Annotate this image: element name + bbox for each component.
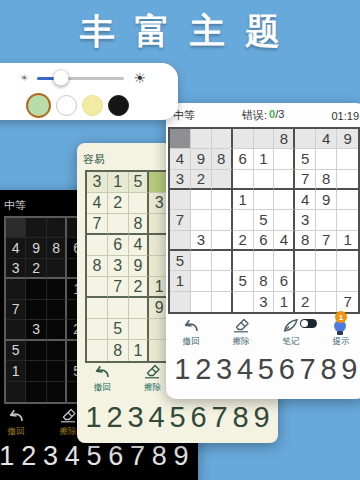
numpad-7[interactable]: 7 bbox=[130, 441, 145, 472]
green-theme-swatch[interactable] bbox=[26, 93, 51, 118]
sudoku-cell[interactable]: 5 bbox=[6, 341, 26, 361]
sudoku-cell[interactable]: 2 bbox=[108, 193, 129, 214]
sudoku-cell[interactable] bbox=[337, 210, 358, 230]
sudoku-cell[interactable] bbox=[212, 190, 233, 210]
sudoku-cell[interactable] bbox=[6, 279, 26, 299]
sudoku-cell[interactable] bbox=[254, 190, 275, 210]
sudoku-cell[interactable]: 3 bbox=[26, 320, 46, 340]
sudoku-cell[interactable] bbox=[212, 231, 233, 251]
notes-toggle[interactable] bbox=[300, 319, 317, 328]
brightness-high-icon: ☀ bbox=[133, 71, 146, 85]
sudoku-cell[interactable]: 1 bbox=[233, 190, 254, 210]
sudoku-cell[interactable] bbox=[26, 218, 46, 238]
eraser-icon bbox=[231, 317, 251, 334]
sudoku-grid: 84949861532781497533264871515863127 bbox=[168, 127, 360, 314]
numpad-5[interactable]: 5 bbox=[86, 441, 101, 472]
sudoku-cell[interactable] bbox=[47, 218, 67, 238]
slider-thumb[interactable] bbox=[53, 71, 68, 86]
hint-button[interactable]: 1 提示 bbox=[331, 317, 351, 348]
hint-count-badge: 1 bbox=[335, 311, 347, 323]
sudoku-cell[interactable]: 3 bbox=[254, 292, 275, 312]
sudoku-cell[interactable]: 3 bbox=[170, 170, 191, 190]
numpad-4[interactable]: 4 bbox=[65, 441, 80, 472]
sudoku-cell[interactable]: 2 bbox=[191, 170, 212, 190]
sudoku-cell[interactable] bbox=[170, 129, 191, 149]
sudoku-cell[interactable]: 8 bbox=[316, 170, 337, 190]
sudoku-cell[interactable]: 5 bbox=[170, 251, 191, 271]
sudoku-cell[interactable] bbox=[87, 298, 108, 319]
sudoku-cell[interactable] bbox=[212, 271, 233, 291]
number-pad: 123456789 bbox=[0, 441, 192, 472]
undo-button[interactable]: 撤回 bbox=[181, 317, 201, 348]
sudoku-cell[interactable] bbox=[87, 319, 108, 340]
sudoku-cell[interactable] bbox=[26, 382, 46, 402]
sudoku-cell[interactable] bbox=[274, 210, 295, 230]
sudoku-cell[interactable] bbox=[274, 149, 295, 169]
sudoku-cell[interactable]: 8 bbox=[212, 149, 233, 169]
undo-icon bbox=[92, 363, 112, 380]
sudoku-cell[interactable] bbox=[274, 251, 295, 271]
sudoku-cell[interactable] bbox=[295, 271, 316, 291]
sudoku-cell[interactable]: 7 bbox=[87, 214, 108, 235]
sudoku-cell[interactable]: 8 bbox=[254, 271, 275, 291]
sudoku-cell[interactable] bbox=[6, 382, 26, 402]
erase-button[interactable]: 擦除 bbox=[58, 407, 78, 438]
sudoku-cell[interactable]: 1 bbox=[274, 292, 295, 312]
quill-pen-icon bbox=[281, 317, 301, 334]
sudoku-cell[interactable]: 5 bbox=[295, 149, 316, 169]
sudoku-cell[interactable]: 2 bbox=[233, 231, 254, 251]
difficulty-label: 中等 bbox=[4, 198, 26, 213]
sudoku-cell[interactable] bbox=[47, 320, 67, 340]
sudoku-cell[interactable] bbox=[108, 298, 129, 319]
numpad-7[interactable]: 7 bbox=[211, 401, 227, 434]
sudoku-cell[interactable] bbox=[87, 340, 108, 361]
sudoku-cell[interactable] bbox=[212, 251, 233, 271]
sudoku-cell[interactable]: 3 bbox=[6, 259, 26, 279]
numpad-5[interactable]: 5 bbox=[258, 353, 274, 386]
sudoku-cell[interactable]: 6 bbox=[274, 271, 295, 291]
sudoku-cell[interactable]: 4 bbox=[295, 190, 316, 210]
sudoku-cell[interactable]: 2 bbox=[26, 259, 46, 279]
sudoku-cell[interactable] bbox=[233, 251, 254, 271]
sudoku-cell[interactable]: 6 bbox=[254, 231, 275, 251]
timer: 01:19 bbox=[331, 110, 359, 122]
numpad-9[interactable]: 9 bbox=[173, 441, 188, 472]
sudoku-cell[interactable]: 9 bbox=[129, 256, 150, 277]
sudoku-cell[interactable] bbox=[26, 341, 46, 361]
numpad-6[interactable]: 6 bbox=[279, 353, 295, 386]
sudoku-cell[interactable] bbox=[6, 320, 26, 340]
sudoku-cell[interactable] bbox=[337, 271, 358, 291]
numpad-5[interactable]: 5 bbox=[169, 401, 185, 434]
numpad-1[interactable]: 1 bbox=[0, 441, 14, 472]
numpad-7[interactable]: 7 bbox=[300, 353, 316, 386]
sudoku-cell[interactable]: 5 bbox=[108, 319, 129, 340]
sudoku-cell[interactable] bbox=[233, 170, 254, 190]
sudoku-cell[interactable]: 3 bbox=[87, 172, 108, 193]
sudoku-cell[interactable]: 4 bbox=[170, 149, 191, 169]
sudoku-cell[interactable]: 8 bbox=[87, 256, 108, 277]
black-theme-swatch[interactable] bbox=[108, 95, 129, 116]
sudoku-cell[interactable]: 1 bbox=[170, 271, 191, 291]
sudoku-cell[interactable] bbox=[26, 300, 46, 320]
sudoku-cell[interactable] bbox=[170, 231, 191, 251]
numpad-2[interactable]: 2 bbox=[21, 441, 36, 472]
numpad-4[interactable]: 4 bbox=[237, 353, 253, 386]
sudoku-cell[interactable] bbox=[87, 277, 108, 298]
numpad-8[interactable]: 8 bbox=[320, 353, 336, 386]
sudoku-cell[interactable]: 9 bbox=[191, 149, 212, 169]
sudoku-cell[interactable]: 5 bbox=[129, 172, 150, 193]
eraser-icon bbox=[142, 363, 162, 380]
sudoku-cell[interactable] bbox=[47, 259, 67, 279]
sudoku-cell[interactable] bbox=[6, 218, 26, 238]
sudoku-cell[interactable] bbox=[26, 361, 46, 381]
sudoku-cell[interactable] bbox=[295, 129, 316, 149]
notes-button[interactable]: 笔记 bbox=[281, 317, 301, 348]
sudoku-cell[interactable] bbox=[233, 292, 254, 312]
sudoku-cell[interactable]: 9 bbox=[316, 190, 337, 210]
sudoku-cell[interactable]: 7 bbox=[295, 170, 316, 190]
undo-button[interactable]: 撤回 bbox=[92, 363, 112, 394]
number-pad: 123456789 bbox=[83, 401, 272, 434]
sudoku-cell[interactable] bbox=[212, 129, 233, 149]
sudoku-cell[interactable] bbox=[316, 292, 337, 312]
sudoku-cell[interactable] bbox=[26, 279, 46, 299]
sudoku-cell[interactable] bbox=[295, 251, 316, 271]
sudoku-cell[interactable]: 7 bbox=[316, 231, 337, 251]
theme-color-swatches bbox=[26, 92, 129, 118]
white-theme-swatch[interactable] bbox=[56, 95, 77, 116]
sudoku-cell[interactable]: 6 bbox=[108, 235, 129, 256]
brightness-low-icon: ☀ bbox=[20, 74, 28, 83]
sudoku-cell[interactable] bbox=[212, 210, 233, 230]
theme-settings-panel: ☀ ☀ bbox=[0, 63, 178, 120]
sudoku-cell[interactable]: 8 bbox=[47, 238, 67, 258]
numpad-9[interactable]: 9 bbox=[253, 401, 269, 434]
sudoku-cell[interactable] bbox=[233, 129, 254, 149]
sudoku-cell[interactable] bbox=[191, 190, 212, 210]
sudoku-cell[interactable]: 7 bbox=[170, 210, 191, 230]
sudoku-cell[interactable]: 1 bbox=[129, 340, 150, 361]
sudoku-cell[interactable] bbox=[337, 170, 358, 190]
sudoku-cell[interactable]: 5 bbox=[254, 210, 275, 230]
sudoku-cell[interactable]: 4 bbox=[6, 238, 26, 258]
sudoku-cell[interactable]: 1 bbox=[337, 231, 358, 251]
sudoku-cell[interactable]: 9 bbox=[26, 238, 46, 258]
sudoku-cell[interactable] bbox=[47, 361, 67, 381]
erase-button[interactable]: 擦除 bbox=[142, 363, 162, 394]
sudoku-cell[interactable]: 4 bbox=[129, 235, 150, 256]
sudoku-cell[interactable]: 1 bbox=[108, 172, 129, 193]
brightness-slider-row: ☀ ☀ bbox=[20, 70, 146, 86]
sudoku-cell[interactable]: 5 bbox=[233, 271, 254, 291]
sudoku-cell[interactable] bbox=[337, 251, 358, 271]
undo-icon bbox=[6, 407, 26, 424]
sudoku-cell[interactable]: 8 bbox=[274, 129, 295, 149]
sudoku-cell[interactable]: 7 bbox=[108, 277, 129, 298]
undo-icon bbox=[181, 317, 201, 334]
sudoku-cell[interactable] bbox=[191, 292, 212, 312]
sudoku-cell[interactable] bbox=[254, 251, 275, 271]
sudoku-cell[interactable]: 2 bbox=[295, 292, 316, 312]
sudoku-cell[interactable]: 2 bbox=[129, 277, 150, 298]
numpad-2[interactable]: 2 bbox=[195, 353, 211, 386]
sudoku-cell[interactable]: 4 bbox=[87, 193, 108, 214]
sudoku-cell[interactable] bbox=[274, 190, 295, 210]
numpad-6[interactable]: 6 bbox=[108, 441, 123, 472]
sudoku-cell[interactable] bbox=[337, 190, 358, 210]
sudoku-cell[interactable] bbox=[254, 129, 275, 149]
sudoku-cell[interactable]: 1 bbox=[254, 149, 275, 169]
error-counter: 错误: 0 /3 bbox=[242, 108, 284, 123]
sudoku-cell[interactable] bbox=[47, 279, 67, 299]
sudoku-cell[interactable]: 7 bbox=[337, 292, 358, 312]
sudoku-cell[interactable] bbox=[129, 319, 150, 340]
sudoku-cell[interactable] bbox=[47, 382, 67, 402]
sudoku-cell[interactable]: 8 bbox=[108, 340, 129, 361]
numpad-9[interactable]: 9 bbox=[341, 353, 357, 386]
sudoku-cell[interactable] bbox=[233, 210, 254, 230]
sudoku-cell[interactable]: 6 bbox=[233, 149, 254, 169]
sudoku-cell[interactable] bbox=[108, 214, 129, 235]
sudoku-cell[interactable] bbox=[170, 292, 191, 312]
sudoku-cell[interactable]: 1 bbox=[6, 361, 26, 381]
sudoku-cell[interactable] bbox=[191, 210, 212, 230]
sudoku-cell[interactable] bbox=[191, 251, 212, 271]
sudoku-cell[interactable]: 8 bbox=[295, 231, 316, 251]
sudoku-cell[interactable]: 9 bbox=[337, 129, 358, 149]
sudoku-cell[interactable] bbox=[337, 149, 358, 169]
sudoku-cell[interactable]: 3 bbox=[191, 231, 212, 251]
sudoku-cell[interactable]: 4 bbox=[274, 231, 295, 251]
sudoku-cell[interactable] bbox=[316, 210, 337, 230]
sudoku-cell[interactable] bbox=[316, 251, 337, 271]
numpad-1[interactable]: 1 bbox=[85, 401, 101, 434]
brightness-slider[interactable] bbox=[37, 77, 124, 80]
numpad-6[interactable]: 6 bbox=[190, 401, 206, 434]
eraser-icon bbox=[58, 407, 78, 424]
sudoku-cell[interactable] bbox=[129, 193, 150, 214]
number-pad: 123456789 bbox=[172, 353, 360, 386]
numpad-4[interactable]: 4 bbox=[148, 401, 164, 434]
sudoku-cell[interactable]: 3 bbox=[108, 256, 129, 277]
sudoku-cell[interactable]: 4 bbox=[316, 129, 337, 149]
sudoku-cell[interactable] bbox=[47, 300, 67, 320]
numpad-3[interactable]: 3 bbox=[216, 353, 232, 386]
toolbar: 撤回 擦除 笔记 1 提示 bbox=[166, 317, 360, 348]
numpad-2[interactable]: 2 bbox=[106, 401, 122, 434]
sudoku-cell[interactable] bbox=[170, 190, 191, 210]
erase-button[interactable]: 擦除 bbox=[231, 317, 251, 348]
sudoku-screen-light: 中等 错误: 0 /3 01:19 8494986153278149753326… bbox=[166, 103, 360, 399]
sudoku-cell[interactable] bbox=[191, 271, 212, 291]
sudoku-cell[interactable]: 3 bbox=[295, 210, 316, 230]
sudoku-cell[interactable]: 7 bbox=[6, 300, 26, 320]
sudoku-cell[interactable] bbox=[47, 341, 67, 361]
yellow-theme-swatch[interactable] bbox=[82, 95, 103, 116]
sudoku-cell[interactable] bbox=[316, 271, 337, 291]
sudoku-cell[interactable]: 8 bbox=[129, 214, 150, 235]
undo-button[interactable]: 撤回 bbox=[6, 407, 26, 438]
numpad-8[interactable]: 8 bbox=[232, 401, 248, 434]
game-header: 中等 错误: 0 /3 01:19 bbox=[166, 108, 360, 123]
sudoku-cell[interactable] bbox=[316, 149, 337, 169]
numpad-8[interactable]: 8 bbox=[152, 441, 167, 472]
page-title: 丰富主题 bbox=[0, 8, 360, 55]
sudoku-cell[interactable] bbox=[274, 170, 295, 190]
sudoku-cell[interactable] bbox=[212, 292, 233, 312]
difficulty-label: 容易 bbox=[83, 152, 105, 167]
sudoku-cell[interactable] bbox=[254, 170, 275, 190]
sudoku-cell[interactable] bbox=[87, 235, 108, 256]
sudoku-cell[interactable] bbox=[191, 129, 212, 149]
numpad-3[interactable]: 3 bbox=[127, 401, 143, 434]
sudoku-cell[interactable] bbox=[212, 170, 233, 190]
numpad-3[interactable]: 3 bbox=[43, 441, 58, 472]
numpad-1[interactable]: 1 bbox=[174, 353, 190, 386]
sudoku-cell[interactable] bbox=[129, 298, 150, 319]
